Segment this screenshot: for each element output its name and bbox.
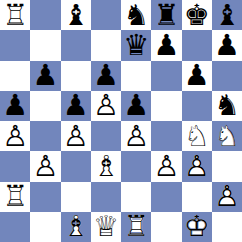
piece-black-pawn[interactable]: ♟ (153, 31, 179, 60)
piece-white-rook[interactable]: ♜♖ (2, 1, 28, 30)
piece-glyph-outline: ♖ (2, 1, 28, 30)
square-e7[interactable]: ♛ (121, 30, 151, 60)
piece-white-pawn[interactable]: ♟♙ (123, 122, 149, 151)
square-d8[interactable] (91, 0, 121, 30)
piece-glyph: ♝ (63, 1, 89, 30)
square-b7[interactable] (30, 30, 60, 60)
piece-black-pawn[interactable]: ♟ (123, 91, 149, 120)
piece-glyph: ♚ (184, 1, 210, 30)
piece-black-rook[interactable]: ♜ (153, 1, 179, 30)
square-a7[interactable] (0, 30, 30, 60)
square-b6[interactable]: ♟ (30, 61, 60, 91)
piece-black-pawn[interactable]: ♟ (93, 61, 119, 90)
piece-glyph-outline: ♙ (93, 91, 119, 120)
square-b2[interactable] (30, 182, 60, 212)
piece-glyph-outline: ♙ (32, 152, 58, 181)
square-d1[interactable]: ♛♕ (91, 212, 121, 242)
square-f3[interactable]: ♟♙ (151, 151, 181, 181)
piece-glyph: ♟ (184, 61, 210, 90)
piece-glyph: ♛ (123, 31, 149, 60)
piece-white-queen[interactable]: ♛♕ (93, 212, 119, 241)
piece-black-queen[interactable]: ♛ (123, 31, 149, 60)
piece-white-pawn[interactable]: ♟♙ (153, 152, 179, 181)
square-d4[interactable] (91, 121, 121, 151)
piece-black-pawn[interactable]: ♟ (214, 31, 240, 60)
square-d2[interactable] (91, 182, 121, 212)
chess-board: ♜♖♝♞♜♚♝♛♟♟♟♟♟♟♟♟♙♟♞♟♙♟♙♟♙♞♘♞♘♟♙♝♗♟♙♟♙♜♖♟… (0, 0, 242, 242)
square-a4[interactable]: ♟♙ (0, 121, 30, 151)
piece-glyph: ♟ (123, 91, 149, 120)
piece-glyph-outline: ♘ (214, 122, 240, 151)
square-h8[interactable]: ♝ (212, 0, 242, 30)
piece-glyph: ♟ (93, 61, 119, 90)
piece-glyph-outline: ♕ (93, 212, 119, 241)
piece-white-bishop[interactable]: ♝♗ (63, 212, 89, 241)
square-e8[interactable]: ♞ (121, 0, 151, 30)
square-g8[interactable]: ♚ (182, 0, 212, 30)
piece-white-pawn[interactable]: ♟♙ (2, 122, 28, 151)
square-d7[interactable] (91, 30, 121, 60)
piece-black-bishop[interactable]: ♝ (214, 1, 240, 30)
square-a3[interactable] (0, 151, 30, 181)
square-c2[interactable] (61, 182, 91, 212)
piece-glyph: ♟ (32, 61, 58, 90)
square-h1[interactable] (212, 212, 242, 242)
piece-white-king[interactable]: ♚♔ (184, 212, 210, 241)
piece-black-pawn[interactable]: ♟ (63, 91, 89, 120)
piece-white-knight[interactable]: ♞♘ (184, 122, 210, 151)
square-b1[interactable] (30, 212, 60, 242)
piece-glyph-outline: ♙ (2, 122, 28, 151)
piece-glyph: ♜ (153, 1, 179, 30)
square-g3[interactable]: ♟♙ (182, 151, 212, 181)
piece-glyph: ♞ (123, 1, 149, 30)
piece-white-rook[interactable]: ♜♖ (123, 212, 149, 241)
square-a1[interactable] (0, 212, 30, 242)
piece-white-pawn[interactable]: ♟♙ (63, 122, 89, 151)
square-e2[interactable] (121, 182, 151, 212)
piece-white-pawn[interactable]: ♟♙ (32, 152, 58, 181)
square-d5[interactable]: ♟♙ (91, 91, 121, 121)
piece-glyph-outline: ♙ (63, 122, 89, 151)
square-g4[interactable]: ♞♘ (182, 121, 212, 151)
square-b3[interactable]: ♟♙ (30, 151, 60, 181)
piece-black-knight[interactable]: ♞ (214, 91, 240, 120)
square-f8[interactable]: ♜ (151, 0, 181, 30)
piece-black-pawn[interactable]: ♟ (32, 61, 58, 90)
piece-glyph-outline: ♖ (2, 182, 28, 211)
square-b8[interactable] (30, 0, 60, 30)
piece-glyph-outline: ♙ (153, 152, 179, 181)
square-a8[interactable]: ♜♖ (0, 0, 30, 30)
square-f4[interactable] (151, 121, 181, 151)
piece-glyph-outline: ♗ (93, 152, 119, 181)
square-g2[interactable] (182, 182, 212, 212)
square-f6[interactable] (151, 61, 181, 91)
piece-glyph: ♟ (214, 31, 240, 60)
square-f2[interactable] (151, 182, 181, 212)
piece-glyph-outline: ♖ (123, 212, 149, 241)
piece-black-king[interactable]: ♚ (184, 1, 210, 30)
piece-glyph-outline: ♘ (184, 122, 210, 151)
piece-black-bishop[interactable]: ♝ (63, 1, 89, 30)
square-c4[interactable]: ♟♙ (61, 121, 91, 151)
piece-glyph: ♟ (2, 91, 28, 120)
square-g6[interactable]: ♟ (182, 61, 212, 91)
square-g7[interactable] (182, 30, 212, 60)
square-h6[interactable] (212, 61, 242, 91)
piece-glyph-outline: ♙ (123, 122, 149, 151)
piece-white-pawn[interactable]: ♟♙ (184, 152, 210, 181)
piece-white-rook[interactable]: ♜♖ (2, 182, 28, 211)
square-f7[interactable]: ♟ (151, 30, 181, 60)
piece-glyph: ♟ (153, 31, 179, 60)
square-h3[interactable] (212, 151, 242, 181)
square-a6[interactable] (0, 61, 30, 91)
square-b4[interactable] (30, 121, 60, 151)
square-f5[interactable] (151, 91, 181, 121)
piece-glyph-outline: ♙ (214, 182, 240, 211)
piece-glyph: ♟ (63, 91, 89, 120)
square-h7[interactable]: ♟ (212, 30, 242, 60)
square-h5[interactable]: ♞ (212, 91, 242, 121)
square-c6[interactable] (61, 61, 91, 91)
piece-glyph: ♝ (214, 1, 240, 30)
square-a2[interactable]: ♜♖ (0, 182, 30, 212)
piece-white-bishop[interactable]: ♝♗ (93, 152, 119, 181)
square-d3[interactable]: ♝♗ (91, 151, 121, 181)
square-c1[interactable]: ♝♗ (61, 212, 91, 242)
square-a5[interactable]: ♟ (0, 91, 30, 121)
square-e4[interactable]: ♟♙ (121, 121, 151, 151)
square-d6[interactable]: ♟ (91, 61, 121, 91)
piece-black-knight[interactable]: ♞ (123, 1, 149, 30)
piece-white-pawn[interactable]: ♟♙ (214, 182, 240, 211)
piece-black-pawn[interactable]: ♟ (2, 91, 28, 120)
square-h4[interactable]: ♞♘ (212, 121, 242, 151)
square-e6[interactable] (121, 61, 151, 91)
piece-glyph-outline: ♙ (184, 152, 210, 181)
square-c3[interactable] (61, 151, 91, 181)
square-g5[interactable] (182, 91, 212, 121)
piece-glyph: ♞ (214, 91, 240, 120)
piece-white-knight[interactable]: ♞♘ (214, 122, 240, 151)
square-h2[interactable]: ♟♙ (212, 182, 242, 212)
square-c5[interactable]: ♟ (61, 91, 91, 121)
square-c8[interactable]: ♝ (61, 0, 91, 30)
square-b5[interactable] (30, 91, 60, 121)
square-e5[interactable]: ♟ (121, 91, 151, 121)
piece-glyph-outline: ♔ (184, 212, 210, 241)
square-e3[interactable] (121, 151, 151, 181)
square-e1[interactable]: ♜♖ (121, 212, 151, 242)
piece-black-pawn[interactable]: ♟ (184, 61, 210, 90)
square-f1[interactable] (151, 212, 181, 242)
square-g1[interactable]: ♚♔ (182, 212, 212, 242)
piece-white-pawn[interactable]: ♟♙ (93, 91, 119, 120)
square-c7[interactable] (61, 30, 91, 60)
piece-glyph-outline: ♗ (63, 212, 89, 241)
